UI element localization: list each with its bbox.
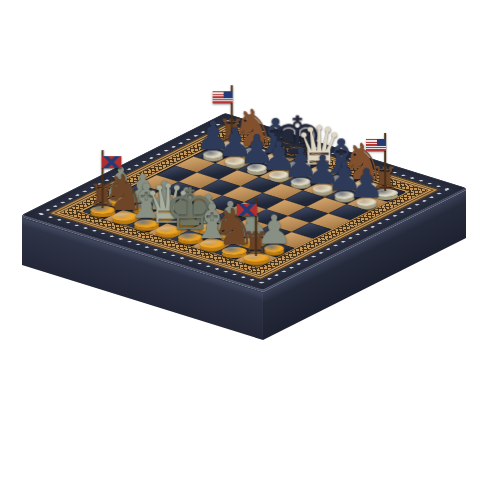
pawn-glyph: ♟ (349, 163, 385, 203)
piece-base-union (357, 198, 377, 206)
us-flag-icon (366, 139, 386, 151)
confederate-flag-icon (237, 204, 257, 216)
us-flag-icon (213, 91, 233, 103)
product-photo-scene: ♜♞♝♚♛♝♞♜♟♟♟♟♟♟♟♟♟♟♟♟♟♟♟♟♜♞♝♛♚♝♞♜ (0, 0, 480, 480)
piece-union-pawn[interactable]: ♟ (337, 163, 397, 206)
piece-confederate-rook[interactable]: ♜ (226, 228, 286, 262)
